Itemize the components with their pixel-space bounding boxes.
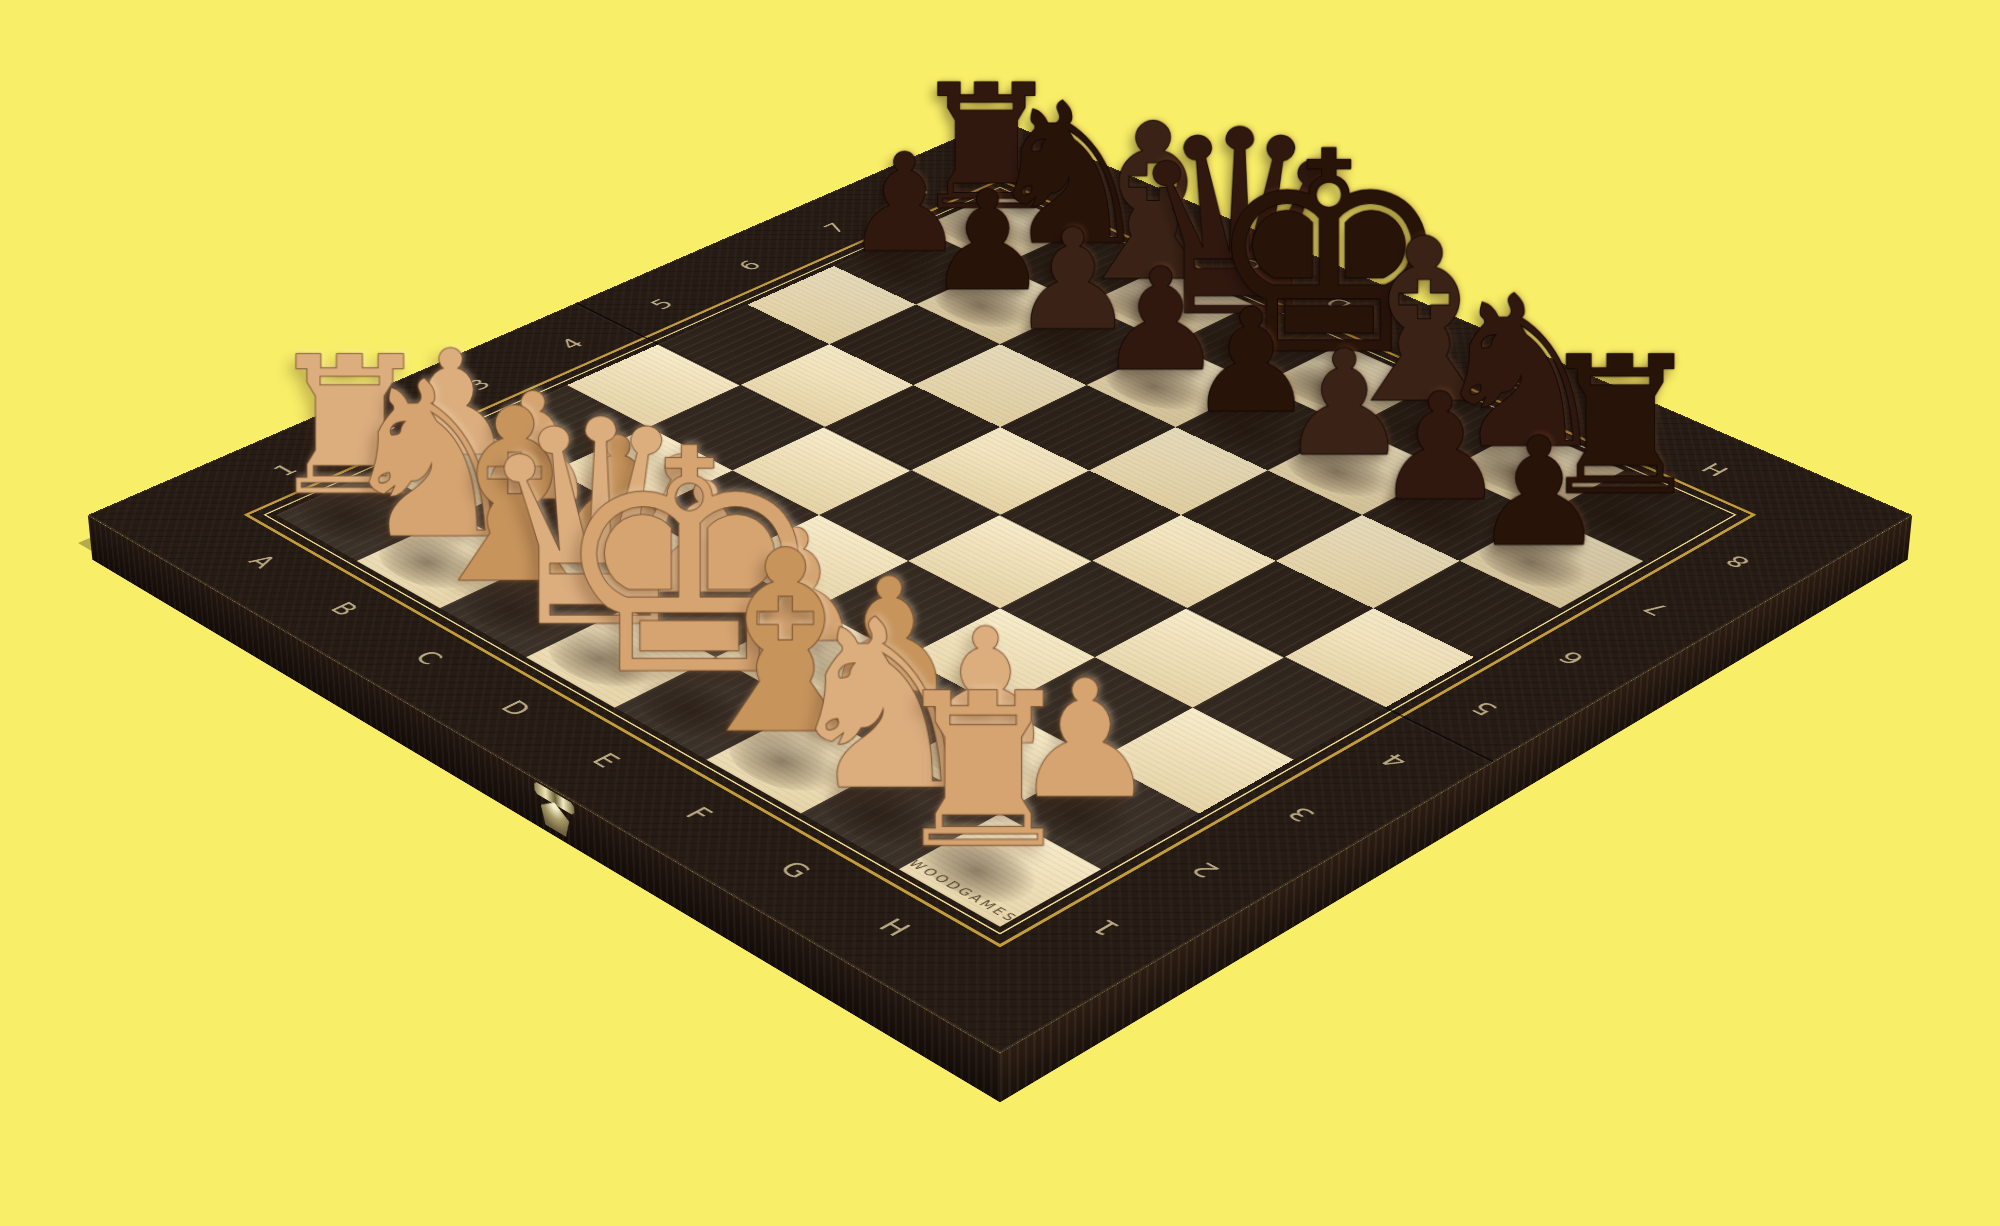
piece-white-rook[interactable]: ♜ <box>887 666 1078 879</box>
piece-black-pawn[interactable]: ♟ <box>1471 417 1606 568</box>
square-e6[interactable] <box>1089 427 1267 515</box>
scene: ABCDEFGH ABCDEFGH 87654321 87654321 ♜♞♝♛… <box>0 0 2000 1226</box>
board-grid: ♜♞♝♛♚♝♞♜♟♟♟♟♟♟♟♟♟♟♟♟♟♟♟♟♜♞♝♛♚♝♞♜WOODGAME… <box>276 192 1724 927</box>
chess-board: ABCDEFGH ABCDEFGH 87654321 87654321 ♜♞♝♛… <box>88 119 1912 1053</box>
square-d6[interactable] <box>1000 385 1176 470</box>
